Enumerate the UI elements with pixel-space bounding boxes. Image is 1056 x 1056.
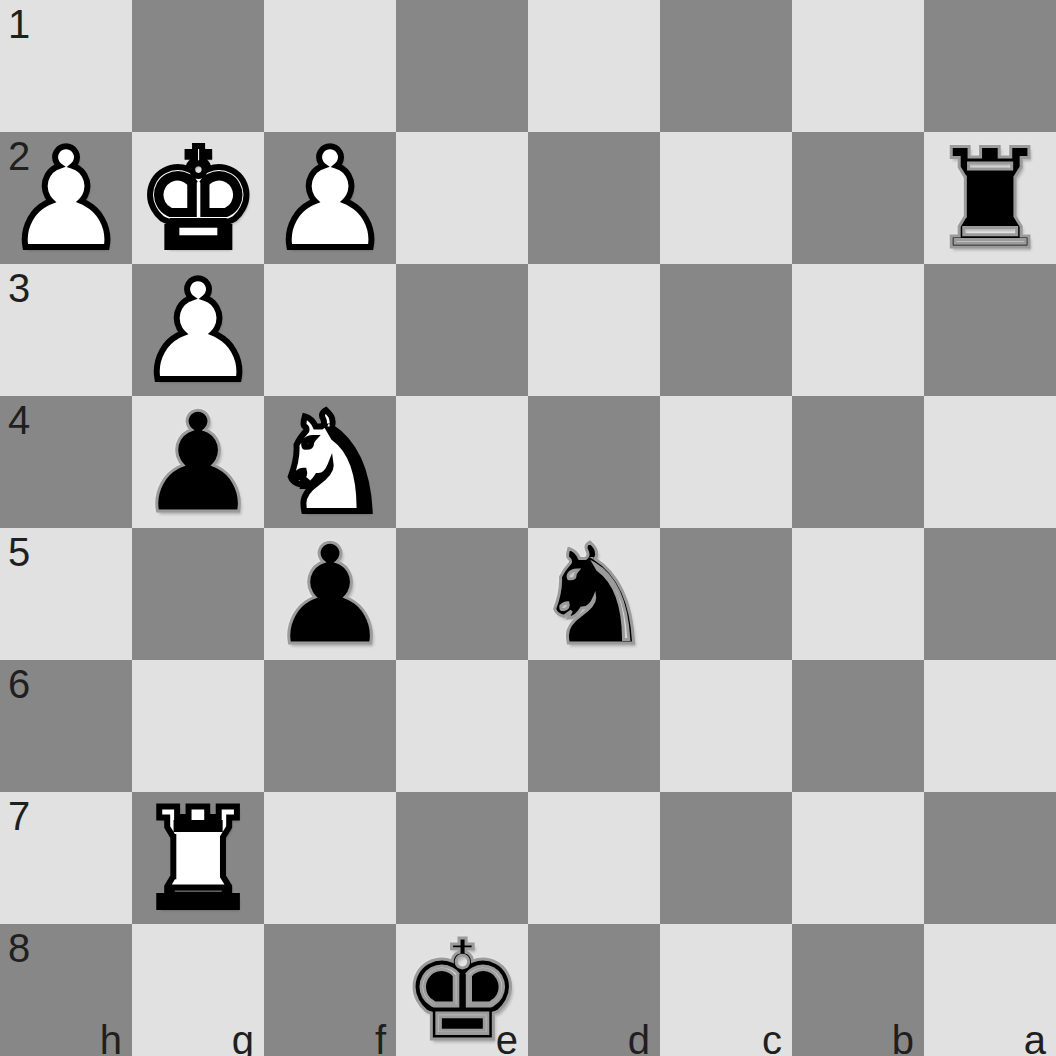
square-b1[interactable] bbox=[792, 0, 924, 132]
square-a8[interactable]: a bbox=[924, 924, 1056, 1056]
square-e4[interactable] bbox=[396, 396, 528, 528]
square-d4[interactable] bbox=[528, 396, 660, 528]
white-pawn[interactable]: ♟ bbox=[136, 266, 260, 396]
square-f8[interactable]: f bbox=[264, 924, 396, 1056]
square-c4[interactable] bbox=[660, 396, 792, 528]
square-g8[interactable]: g bbox=[132, 924, 264, 1056]
square-d3[interactable] bbox=[528, 264, 660, 396]
square-f6[interactable] bbox=[264, 660, 396, 792]
square-h8[interactable]: 8h bbox=[0, 924, 132, 1056]
rank-label-7: 7 bbox=[8, 796, 30, 836]
square-f2[interactable]: ♟ bbox=[264, 132, 396, 264]
square-c6[interactable] bbox=[660, 660, 792, 792]
black-rook[interactable]: ♜ bbox=[928, 134, 1052, 264]
black-pawn[interactable]: ♟ bbox=[136, 398, 260, 528]
file-label-d: d bbox=[628, 1020, 650, 1056]
rank-label-4: 4 bbox=[8, 400, 30, 440]
square-c7[interactable] bbox=[660, 792, 792, 924]
square-g5[interactable] bbox=[132, 528, 264, 660]
white-king[interactable]: ♚ bbox=[136, 134, 260, 264]
square-b6[interactable] bbox=[792, 660, 924, 792]
square-a3[interactable] bbox=[924, 264, 1056, 396]
square-d8[interactable]: d bbox=[528, 924, 660, 1056]
square-a2[interactable]: ♜ bbox=[924, 132, 1056, 264]
square-g4[interactable]: ♟ bbox=[132, 396, 264, 528]
square-b7[interactable] bbox=[792, 792, 924, 924]
square-g7[interactable]: ♜ bbox=[132, 792, 264, 924]
white-pawn[interactable]: ♟ bbox=[268, 134, 392, 264]
square-e1[interactable] bbox=[396, 0, 528, 132]
square-f5[interactable]: ♟ bbox=[264, 528, 396, 660]
square-e8[interactable]: e♚ bbox=[396, 924, 528, 1056]
square-e5[interactable] bbox=[396, 528, 528, 660]
square-f4[interactable]: ♞ bbox=[264, 396, 396, 528]
square-f7[interactable] bbox=[264, 792, 396, 924]
square-h6[interactable]: 6 bbox=[0, 660, 132, 792]
square-b2[interactable] bbox=[792, 132, 924, 264]
file-label-h: h bbox=[100, 1020, 122, 1056]
rank-label-5: 5 bbox=[8, 532, 30, 572]
white-pawn[interactable]: ♟ bbox=[4, 134, 128, 264]
square-c2[interactable] bbox=[660, 132, 792, 264]
file-label-a: a bbox=[1024, 1020, 1046, 1056]
square-b4[interactable] bbox=[792, 396, 924, 528]
square-e2[interactable] bbox=[396, 132, 528, 264]
square-h4[interactable]: 4 bbox=[0, 396, 132, 528]
square-h7[interactable]: 7 bbox=[0, 792, 132, 924]
file-label-c: c bbox=[762, 1020, 782, 1056]
square-d6[interactable] bbox=[528, 660, 660, 792]
black-pawn[interactable]: ♟ bbox=[268, 530, 392, 660]
square-f1[interactable] bbox=[264, 0, 396, 132]
square-d5[interactable]: ♞ bbox=[528, 528, 660, 660]
square-a1[interactable] bbox=[924, 0, 1056, 132]
square-e3[interactable] bbox=[396, 264, 528, 396]
square-e7[interactable] bbox=[396, 792, 528, 924]
square-a5[interactable] bbox=[924, 528, 1056, 660]
file-label-b: b bbox=[892, 1020, 914, 1056]
black-knight[interactable]: ♞ bbox=[532, 530, 656, 660]
square-g1[interactable] bbox=[132, 0, 264, 132]
square-a6[interactable] bbox=[924, 660, 1056, 792]
white-knight[interactable]: ♞ bbox=[268, 398, 392, 528]
square-h3[interactable]: 3 bbox=[0, 264, 132, 396]
square-b5[interactable] bbox=[792, 528, 924, 660]
square-h5[interactable]: 5 bbox=[0, 528, 132, 660]
square-d2[interactable] bbox=[528, 132, 660, 264]
rank-label-1: 1 bbox=[8, 4, 30, 44]
file-label-g: g bbox=[232, 1020, 254, 1056]
square-a7[interactable] bbox=[924, 792, 1056, 924]
square-h1[interactable]: 1 bbox=[0, 0, 132, 132]
square-b3[interactable] bbox=[792, 264, 924, 396]
rank-label-6: 6 bbox=[8, 664, 30, 704]
square-d1[interactable] bbox=[528, 0, 660, 132]
square-g6[interactable] bbox=[132, 660, 264, 792]
square-c5[interactable] bbox=[660, 528, 792, 660]
square-g3[interactable]: ♟ bbox=[132, 264, 264, 396]
rank-label-3: 3 bbox=[8, 268, 30, 308]
white-rook[interactable]: ♜ bbox=[136, 794, 260, 924]
square-h2[interactable]: 2♟ bbox=[0, 132, 132, 264]
square-g2[interactable]: ♚ bbox=[132, 132, 264, 264]
square-b8[interactable]: b bbox=[792, 924, 924, 1056]
square-c8[interactable]: c bbox=[660, 924, 792, 1056]
square-c3[interactable] bbox=[660, 264, 792, 396]
square-f3[interactable] bbox=[264, 264, 396, 396]
file-label-f: f bbox=[375, 1020, 386, 1056]
square-c1[interactable] bbox=[660, 0, 792, 132]
chess-board: 12♟♚♟♜3♟4♟♞5♟♞67♜8hgfe♚dcba bbox=[0, 0, 1056, 1056]
black-king[interactable]: ♚ bbox=[400, 926, 524, 1056]
rank-label-8: 8 bbox=[8, 928, 30, 968]
square-d7[interactable] bbox=[528, 792, 660, 924]
square-e6[interactable] bbox=[396, 660, 528, 792]
square-a4[interactable] bbox=[924, 396, 1056, 528]
